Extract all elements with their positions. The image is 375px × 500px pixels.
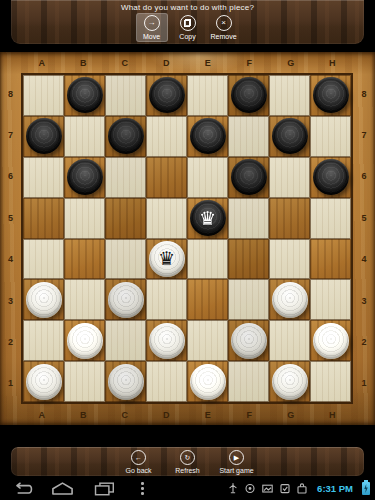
square-f5[interactable] bbox=[228, 198, 269, 239]
square-b2[interactable] bbox=[64, 320, 105, 361]
coord-label: C bbox=[104, 404, 146, 425]
coord-label: 3 bbox=[0, 280, 21, 321]
coord-label: 5 bbox=[0, 197, 21, 238]
square-h7[interactable] bbox=[310, 116, 351, 157]
square-a5[interactable] bbox=[23, 198, 64, 239]
black-man-f8[interactable] bbox=[231, 77, 267, 113]
go-back-button[interactable]: ←Go back bbox=[119, 449, 159, 475]
square-c5[interactable] bbox=[105, 198, 146, 239]
coord-label: B bbox=[63, 404, 105, 425]
square-f4[interactable] bbox=[228, 239, 269, 280]
square-c6[interactable] bbox=[105, 157, 146, 198]
square-d3[interactable] bbox=[146, 279, 187, 320]
square-h3[interactable] bbox=[310, 279, 351, 320]
black-man-a7[interactable] bbox=[26, 118, 62, 154]
coord-label: F bbox=[229, 404, 271, 425]
back-icon: ← bbox=[131, 450, 146, 465]
square-e8[interactable] bbox=[187, 75, 228, 116]
square-b8[interactable] bbox=[64, 75, 105, 116]
black-man-f6[interactable] bbox=[231, 159, 267, 195]
game-toolbar: ←Go back↻Refresh▶Start game bbox=[11, 447, 364, 476]
remove-button[interactable]: ×Remove bbox=[208, 13, 240, 42]
square-e3[interactable] bbox=[187, 279, 228, 320]
coord-label: 1 bbox=[353, 363, 375, 404]
debug-icon bbox=[245, 483, 255, 494]
square-a7[interactable] bbox=[23, 116, 64, 157]
coord-label: 7 bbox=[353, 114, 375, 155]
square-f1[interactable] bbox=[228, 361, 269, 402]
white-man-f2[interactable] bbox=[231, 323, 267, 359]
black-man-h8[interactable] bbox=[313, 77, 349, 113]
square-a2[interactable] bbox=[23, 320, 64, 361]
square-a8[interactable] bbox=[23, 75, 64, 116]
button-label: Go back bbox=[125, 467, 151, 474]
square-f6[interactable] bbox=[228, 157, 269, 198]
menu-overflow-icon[interactable] bbox=[141, 482, 144, 495]
square-d4[interactable]: ♛ bbox=[146, 239, 187, 280]
coord-label: 6 bbox=[353, 156, 375, 197]
coord-label: 8 bbox=[353, 73, 375, 114]
coord-label: 6 bbox=[0, 156, 21, 197]
white-man-g1[interactable] bbox=[272, 364, 308, 400]
copy-icon bbox=[180, 15, 196, 31]
move-icon: → bbox=[144, 15, 160, 31]
square-a6[interactable] bbox=[23, 157, 64, 198]
coord-label: H bbox=[312, 52, 354, 73]
square-e6[interactable] bbox=[187, 157, 228, 198]
square-g8[interactable] bbox=[269, 75, 310, 116]
white-man-a1[interactable] bbox=[26, 364, 62, 400]
square-c1[interactable] bbox=[105, 361, 146, 402]
square-f2[interactable] bbox=[228, 320, 269, 361]
usb-icon bbox=[228, 483, 238, 494]
square-h4[interactable] bbox=[310, 239, 351, 280]
square-e5[interactable]: ♛ bbox=[187, 198, 228, 239]
coord-label: 3 bbox=[353, 280, 375, 321]
refresh-button[interactable]: ↻Refresh bbox=[168, 449, 208, 475]
coord-label: 7 bbox=[0, 114, 21, 155]
refresh-icon: ↻ bbox=[180, 450, 195, 465]
black-man-e7[interactable] bbox=[190, 118, 226, 154]
remove-icon: × bbox=[216, 15, 232, 31]
coord-label: F bbox=[229, 52, 271, 73]
back-nav-icon[interactable] bbox=[9, 482, 33, 495]
square-d6[interactable] bbox=[146, 157, 187, 198]
square-c7[interactable] bbox=[105, 116, 146, 157]
coord-label: 2 bbox=[0, 321, 21, 362]
square-d7[interactable] bbox=[146, 116, 187, 157]
recents-nav-icon[interactable] bbox=[94, 482, 115, 496]
piece-action-dialog: What do you want to do with piece? →Move… bbox=[11, 0, 364, 44]
black-man-b6[interactable] bbox=[67, 159, 103, 195]
play-icon: ▶ bbox=[229, 450, 244, 465]
square-h5[interactable] bbox=[310, 198, 351, 239]
square-c3[interactable] bbox=[105, 279, 146, 320]
checkers-board: ABCDEFGH ABCDEFGH 87654321 87654321 ♛♛ bbox=[0, 52, 375, 425]
black-man-b8[interactable] bbox=[67, 77, 103, 113]
square-a3[interactable] bbox=[23, 279, 64, 320]
white-man-c1[interactable] bbox=[108, 364, 144, 400]
coord-label: E bbox=[187, 404, 229, 425]
square-e1[interactable] bbox=[187, 361, 228, 402]
dialog-buttons: →MoveCopy×Remove bbox=[11, 13, 364, 42]
coord-label: 4 bbox=[0, 239, 21, 280]
move-button[interactable]: →Move bbox=[136, 13, 168, 42]
square-d1[interactable] bbox=[146, 361, 187, 402]
coord-label: 1 bbox=[0, 363, 21, 404]
coord-label: G bbox=[270, 52, 312, 73]
button-label: Copy bbox=[179, 33, 195, 40]
black-man-h6[interactable] bbox=[313, 159, 349, 195]
square-d8[interactable] bbox=[146, 75, 187, 116]
square-d2[interactable] bbox=[146, 320, 187, 361]
square-b1[interactable] bbox=[64, 361, 105, 402]
rank-labels-right: 87654321 bbox=[353, 73, 375, 404]
clock: 6:31 PM bbox=[317, 483, 353, 494]
square-c4[interactable] bbox=[105, 239, 146, 280]
black-man-c7[interactable] bbox=[108, 118, 144, 154]
black-man-d8[interactable] bbox=[149, 77, 185, 113]
coord-label: G bbox=[270, 404, 312, 425]
copy-button[interactable]: Copy bbox=[172, 13, 204, 42]
white-man-a3[interactable] bbox=[26, 282, 62, 318]
square-g4[interactable] bbox=[269, 239, 310, 280]
square-g1[interactable] bbox=[269, 361, 310, 402]
square-e4[interactable] bbox=[187, 239, 228, 280]
square-f7[interactable] bbox=[228, 116, 269, 157]
white-man-e1[interactable] bbox=[190, 364, 226, 400]
android-navbar: 6:31 PM bbox=[0, 477, 375, 500]
square-h1[interactable] bbox=[310, 361, 351, 402]
file-labels-top: ABCDEFGH bbox=[21, 52, 353, 73]
toolbar-buttons: ←Go back↻Refresh▶Start game bbox=[119, 449, 257, 475]
coord-label: 4 bbox=[353, 239, 375, 280]
square-g6[interactable] bbox=[269, 157, 310, 198]
rank-labels-left: 87654321 bbox=[0, 73, 21, 404]
square-b5[interactable] bbox=[64, 198, 105, 239]
white-man-c3[interactable] bbox=[108, 282, 144, 318]
screenshot-icon bbox=[262, 483, 273, 494]
button-label: Refresh bbox=[175, 467, 200, 474]
coord-label: H bbox=[312, 404, 354, 425]
home-nav-icon[interactable] bbox=[51, 482, 74, 495]
square-b4[interactable] bbox=[64, 239, 105, 280]
status-area: 6:31 PM bbox=[228, 482, 375, 495]
button-label: Move bbox=[143, 33, 160, 40]
square-e7[interactable] bbox=[187, 116, 228, 157]
white-king-d4[interactable]: ♛ bbox=[149, 241, 185, 277]
square-f3[interactable] bbox=[228, 279, 269, 320]
square-h6[interactable] bbox=[310, 157, 351, 198]
white-man-g3[interactable] bbox=[272, 282, 308, 318]
black-man-g7[interactable] bbox=[272, 118, 308, 154]
task-done-icon bbox=[280, 483, 290, 494]
coord-label: D bbox=[146, 404, 188, 425]
square-g5[interactable] bbox=[269, 198, 310, 239]
square-g7[interactable] bbox=[269, 116, 310, 157]
square-b7[interactable] bbox=[64, 116, 105, 157]
square-a4[interactable] bbox=[23, 239, 64, 280]
checkers-app-screen: What do you want to do with piece? →Move… bbox=[0, 0, 375, 500]
square-f8[interactable] bbox=[228, 75, 269, 116]
download-bag-icon bbox=[297, 483, 307, 494]
coord-label: C bbox=[104, 52, 146, 73]
square-c8[interactable] bbox=[105, 75, 146, 116]
square-e2[interactable] bbox=[187, 320, 228, 361]
dialog-prompt: What do you want to do with piece? bbox=[11, 0, 364, 12]
square-h2[interactable] bbox=[310, 320, 351, 361]
white-man-h2[interactable] bbox=[313, 323, 349, 359]
square-c2[interactable] bbox=[105, 320, 146, 361]
coord-label: A bbox=[21, 404, 63, 425]
start-game-button[interactable]: ▶Start game bbox=[217, 449, 257, 475]
coord-label: 2 bbox=[353, 321, 375, 362]
button-label: Remove bbox=[210, 33, 236, 40]
square-a1[interactable] bbox=[23, 361, 64, 402]
file-labels-bottom: ABCDEFGH bbox=[21, 404, 353, 425]
board-grid: ♛♛ bbox=[21, 73, 353, 404]
coord-label: 8 bbox=[0, 73, 21, 114]
button-label: Start game bbox=[219, 467, 253, 474]
coord-label: A bbox=[21, 52, 63, 73]
coord-label: B bbox=[63, 52, 105, 73]
square-d5[interactable] bbox=[146, 198, 187, 239]
white-man-d2[interactable] bbox=[149, 323, 185, 359]
square-b3[interactable] bbox=[64, 279, 105, 320]
coord-label: 5 bbox=[353, 197, 375, 238]
square-g3[interactable] bbox=[269, 279, 310, 320]
coord-label: E bbox=[187, 52, 229, 73]
white-man-b2[interactable] bbox=[67, 323, 103, 359]
nav-left bbox=[0, 482, 144, 496]
black-king-e5[interactable]: ♛ bbox=[190, 200, 226, 236]
square-g2[interactable] bbox=[269, 320, 310, 361]
square-h8[interactable] bbox=[310, 75, 351, 116]
crown-icon: ♛ bbox=[190, 200, 226, 236]
battery-charging-icon bbox=[362, 482, 370, 495]
coord-label: D bbox=[146, 52, 188, 73]
square-b6[interactable] bbox=[64, 157, 105, 198]
crown-icon: ♛ bbox=[149, 241, 185, 277]
